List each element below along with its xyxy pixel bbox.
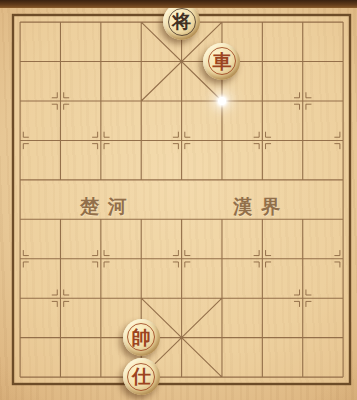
piece-glyph: 車: [212, 51, 231, 70]
piece-black-general[interactable]: 将: [161, 2, 201, 41]
last-move-marker: [202, 81, 242, 120]
piece-glyph: 将: [172, 12, 191, 31]
piece-glyph: 帥: [132, 327, 151, 346]
board-grid[interactable]: 将車帥仕: [0, 2, 357, 396]
piece-red-general[interactable]: 帥: [121, 318, 161, 357]
piece-red-chariot[interactable]: 車: [202, 42, 242, 81]
piece-red-advisor[interactable]: 仕: [121, 357, 161, 396]
xiangqi-board: 楚河 漢界 将車帥仕: [0, 0, 357, 400]
board-top-edge: [0, 0, 357, 8]
piece-glyph: 仕: [132, 367, 151, 386]
